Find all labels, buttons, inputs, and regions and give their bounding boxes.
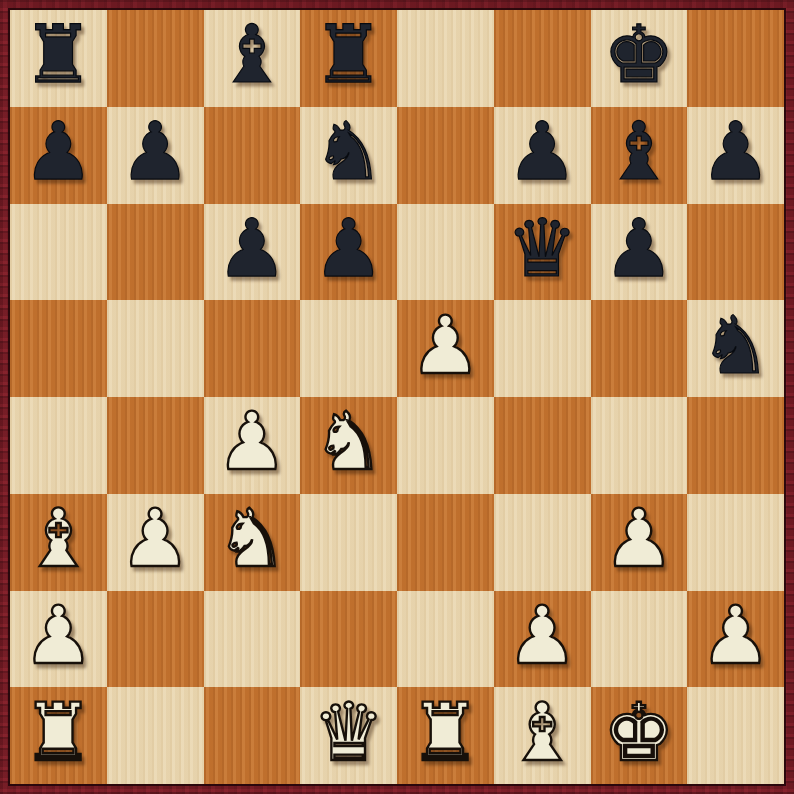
square-h8[interactable] xyxy=(687,10,784,107)
square-b6[interactable] xyxy=(107,204,204,301)
square-d8[interactable]: ♜ xyxy=(300,10,397,107)
black-pawn[interactable]: ♟ xyxy=(23,112,95,192)
square-f7[interactable]: ♟ xyxy=(494,107,591,204)
square-b8[interactable] xyxy=(107,10,204,107)
square-h5[interactable]: ♞ xyxy=(687,300,784,397)
white-bishop[interactable]: ♝ xyxy=(23,499,95,579)
square-c6[interactable]: ♟ xyxy=(204,204,301,301)
black-king[interactable]: ♚ xyxy=(603,15,675,95)
square-b1[interactable] xyxy=(107,687,204,784)
black-rook[interactable]: ♜ xyxy=(313,15,385,95)
square-h2[interactable]: ♟ xyxy=(687,591,784,688)
black-pawn[interactable]: ♟ xyxy=(313,209,385,289)
square-c3[interactable]: ♞ xyxy=(204,494,301,591)
square-f8[interactable] xyxy=(494,10,591,107)
square-c5[interactable] xyxy=(204,300,301,397)
white-knight[interactable]: ♞ xyxy=(216,499,288,579)
square-b7[interactable]: ♟ xyxy=(107,107,204,204)
square-d5[interactable] xyxy=(300,300,397,397)
square-c4[interactable]: ♟ xyxy=(204,397,301,494)
square-d3[interactable] xyxy=(300,494,397,591)
square-a7[interactable]: ♟ xyxy=(10,107,107,204)
square-h7[interactable]: ♟ xyxy=(687,107,784,204)
square-a4[interactable] xyxy=(10,397,107,494)
white-pawn[interactable]: ♟ xyxy=(506,596,578,676)
square-h3[interactable] xyxy=(687,494,784,591)
white-pawn[interactable]: ♟ xyxy=(119,499,191,579)
square-a2[interactable]: ♟ xyxy=(10,591,107,688)
white-queen[interactable]: ♛ xyxy=(313,693,385,773)
square-c8[interactable]: ♝ xyxy=(204,10,301,107)
square-d1[interactable]: ♛ xyxy=(300,687,397,784)
black-queen[interactable]: ♛ xyxy=(506,209,578,289)
square-b2[interactable] xyxy=(107,591,204,688)
white-pawn[interactable]: ♟ xyxy=(216,402,288,482)
square-a1[interactable]: ♜ xyxy=(10,687,107,784)
square-h4[interactable] xyxy=(687,397,784,494)
square-f5[interactable] xyxy=(494,300,591,397)
square-d7[interactable]: ♞ xyxy=(300,107,397,204)
square-g6[interactable]: ♟ xyxy=(591,204,688,301)
square-e7[interactable] xyxy=(397,107,494,204)
white-pawn[interactable]: ♟ xyxy=(603,499,675,579)
chess-board: ♜♝♜♚♟♟♞♟♝♟♟♟♛♟♟♞♟♞♝♟♞♟♟♟♟♜♛♜♝♚ xyxy=(10,10,784,784)
white-pawn[interactable]: ♟ xyxy=(700,596,772,676)
white-rook[interactable]: ♜ xyxy=(410,693,482,773)
square-e4[interactable] xyxy=(397,397,494,494)
square-f2[interactable]: ♟ xyxy=(494,591,591,688)
square-a3[interactable]: ♝ xyxy=(10,494,107,591)
square-f1[interactable]: ♝ xyxy=(494,687,591,784)
black-pawn[interactable]: ♟ xyxy=(603,209,675,289)
square-d6[interactable]: ♟ xyxy=(300,204,397,301)
square-b5[interactable] xyxy=(107,300,204,397)
square-f3[interactable] xyxy=(494,494,591,591)
white-rook[interactable]: ♜ xyxy=(23,693,95,773)
square-c1[interactable] xyxy=(204,687,301,784)
square-g5[interactable] xyxy=(591,300,688,397)
white-pawn[interactable]: ♟ xyxy=(23,596,95,676)
square-d2[interactable] xyxy=(300,591,397,688)
square-d4[interactable]: ♞ xyxy=(300,397,397,494)
square-e8[interactable] xyxy=(397,10,494,107)
square-g3[interactable]: ♟ xyxy=(591,494,688,591)
square-g7[interactable]: ♝ xyxy=(591,107,688,204)
square-a5[interactable] xyxy=(10,300,107,397)
black-bishop[interactable]: ♝ xyxy=(603,112,675,192)
square-g1[interactable]: ♚ xyxy=(591,687,688,784)
square-a6[interactable] xyxy=(10,204,107,301)
black-knight[interactable]: ♞ xyxy=(700,306,772,386)
board-frame: ♜♝♜♚♟♟♞♟♝♟♟♟♛♟♟♞♟♞♝♟♞♟♟♟♟♜♛♜♝♚ xyxy=(0,0,794,794)
square-b3[interactable]: ♟ xyxy=(107,494,204,591)
white-pawn[interactable]: ♟ xyxy=(410,306,482,386)
square-f4[interactable] xyxy=(494,397,591,494)
square-a8[interactable]: ♜ xyxy=(10,10,107,107)
black-rook[interactable]: ♜ xyxy=(23,15,95,95)
square-g8[interactable]: ♚ xyxy=(591,10,688,107)
square-h6[interactable] xyxy=(687,204,784,301)
black-pawn[interactable]: ♟ xyxy=(506,112,578,192)
black-bishop[interactable]: ♝ xyxy=(216,15,288,95)
black-pawn[interactable]: ♟ xyxy=(700,112,772,192)
square-e3[interactable] xyxy=(397,494,494,591)
square-e5[interactable]: ♟ xyxy=(397,300,494,397)
square-e1[interactable]: ♜ xyxy=(397,687,494,784)
white-bishop[interactable]: ♝ xyxy=(506,693,578,773)
white-knight[interactable]: ♞ xyxy=(313,402,385,482)
square-e2[interactable] xyxy=(397,591,494,688)
square-e6[interactable] xyxy=(397,204,494,301)
square-g4[interactable] xyxy=(591,397,688,494)
black-pawn[interactable]: ♟ xyxy=(119,112,191,192)
square-c7[interactable] xyxy=(204,107,301,204)
square-h1[interactable] xyxy=(687,687,784,784)
square-c2[interactable] xyxy=(204,591,301,688)
square-b4[interactable] xyxy=(107,397,204,494)
white-king[interactable]: ♚ xyxy=(603,693,675,773)
square-g2[interactable] xyxy=(591,591,688,688)
square-f6[interactable]: ♛ xyxy=(494,204,591,301)
black-knight[interactable]: ♞ xyxy=(313,112,385,192)
black-pawn[interactable]: ♟ xyxy=(216,209,288,289)
